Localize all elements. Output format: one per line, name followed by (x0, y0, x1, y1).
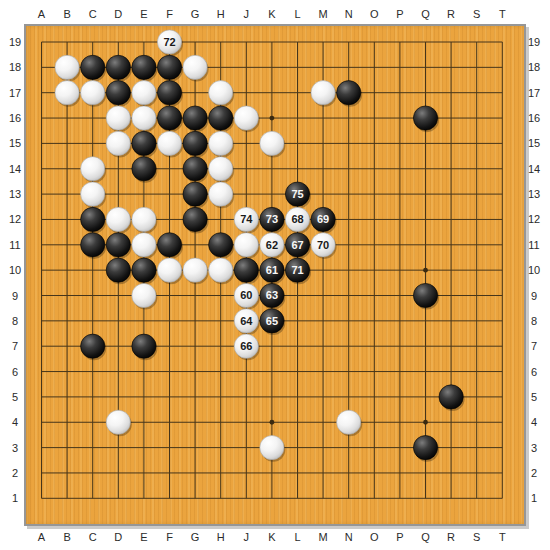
stone-white-E17 (132, 81, 156, 105)
col-label-top-Q: Q (421, 8, 430, 20)
stone-black-C11 (81, 233, 105, 257)
stone-black-J10 (234, 258, 258, 282)
col-label-top-N: N (345, 8, 353, 20)
col-label-bottom-O: O (370, 531, 379, 543)
stone-white-H17 (209, 81, 233, 105)
stone-black-H11 (209, 233, 233, 257)
stone-white-H10 (209, 258, 233, 282)
stone-white-K15 (260, 131, 284, 155)
col-label-bottom-N: N (345, 531, 353, 543)
stone-white-E11 (132, 233, 156, 257)
stone-black-G14 (183, 157, 207, 181)
stone-black-E10 (132, 258, 156, 282)
row-label-right-9: 9 (531, 290, 537, 302)
row-label-left-17: 17 (9, 87, 21, 99)
col-label-top-R: R (447, 8, 455, 20)
stone-black-D10 (106, 258, 130, 282)
stone-black-F18 (157, 55, 181, 79)
stone-white-F15 (157, 131, 181, 155)
stone-white-C13 (81, 182, 105, 206)
col-label-bottom-J: J (244, 531, 250, 543)
stone-black-G12 (183, 207, 207, 231)
move-number-74: 74 (240, 213, 253, 225)
col-label-bottom-T: T (499, 531, 506, 543)
star-point-Q4 (423, 420, 428, 425)
row-label-left-1: 1 (12, 492, 18, 504)
row-label-right-11: 11 (528, 239, 539, 251)
move-number-67: 67 (291, 239, 303, 251)
col-label-bottom-E: E (140, 531, 147, 543)
col-label-bottom-A: A (38, 531, 46, 543)
star-point-K16 (270, 116, 275, 121)
row-label-right-16: 16 (528, 112, 540, 124)
row-label-left-4: 4 (12, 416, 18, 428)
col-label-bottom-H: H (217, 531, 225, 543)
stone-white-G18 (183, 55, 207, 79)
stone-white-D15 (106, 131, 130, 155)
col-label-bottom-Q: Q (421, 531, 430, 543)
row-label-left-11: 11 (9, 239, 20, 251)
go-game-viewer: AABBCCDDEEFFGGHHJJKKLLMMNNOOPPQQRRSSTT19… (0, 0, 550, 550)
stone-black-D17 (106, 81, 130, 105)
move-number-66: 66 (240, 340, 252, 352)
col-label-top-H: H (217, 8, 225, 20)
col-label-top-C: C (89, 8, 97, 20)
stone-white-D12 (106, 207, 130, 231)
stone-black-C12 (81, 207, 105, 231)
move-number-69: 69 (317, 213, 329, 225)
row-label-left-3: 3 (12, 442, 18, 454)
stone-white-H15 (209, 131, 233, 155)
col-label-top-B: B (63, 8, 70, 20)
board-overlay: AABBCCDDEEFFGGHHJJKKLLMMNNOOPPQQRRSSTT19… (0, 0, 550, 550)
stone-black-Q9 (413, 283, 437, 307)
row-label-left-18: 18 (9, 61, 21, 73)
col-label-bottom-L: L (294, 531, 300, 543)
col-label-top-M: M (319, 8, 328, 20)
row-label-left-8: 8 (12, 315, 18, 327)
stone-black-Q16 (413, 106, 437, 130)
row-label-right-12: 12 (528, 213, 540, 225)
stone-black-F16 (157, 106, 181, 130)
stone-white-C14 (81, 157, 105, 181)
stone-black-E7 (132, 334, 156, 358)
stone-black-D18 (106, 55, 130, 79)
move-number-63: 63 (266, 289, 278, 301)
star-point-K4 (270, 420, 275, 425)
stone-white-F10 (157, 258, 181, 282)
row-label-right-14: 14 (528, 163, 540, 175)
col-label-bottom-F: F (166, 531, 173, 543)
row-label-right-18: 18 (528, 61, 540, 73)
move-number-75: 75 (291, 188, 303, 200)
move-number-64: 64 (240, 315, 253, 327)
row-label-right-13: 13 (528, 188, 540, 200)
stone-black-C18 (81, 55, 105, 79)
row-label-right-2: 2 (531, 467, 537, 479)
row-label-left-5: 5 (12, 391, 18, 403)
row-label-left-2: 2 (12, 467, 18, 479)
col-label-top-A: A (38, 8, 46, 20)
stone-black-G15 (183, 131, 207, 155)
row-label-left-14: 14 (9, 163, 21, 175)
col-label-bottom-K: K (268, 531, 276, 543)
row-label-right-10: 10 (528, 264, 540, 276)
stone-black-G13 (183, 182, 207, 206)
row-label-left-9: 9 (12, 290, 18, 302)
row-label-right-4: 4 (531, 416, 537, 428)
move-number-62: 62 (266, 239, 278, 251)
stone-black-C7 (81, 334, 105, 358)
star-point-Q10 (423, 268, 428, 273)
stone-white-H13 (209, 182, 233, 206)
stone-black-F11 (157, 233, 181, 257)
stone-black-R5 (439, 385, 463, 409)
row-label-right-8: 8 (531, 315, 537, 327)
row-label-right-1: 1 (531, 492, 537, 504)
stone-white-B17 (55, 81, 79, 105)
row-label-left-6: 6 (12, 366, 18, 378)
stone-white-N4 (337, 410, 361, 434)
col-label-top-L: L (294, 8, 300, 20)
col-label-top-G: G (191, 8, 200, 20)
col-label-bottom-S: S (473, 531, 480, 543)
col-label-top-E: E (140, 8, 147, 20)
col-label-top-J: J (244, 8, 250, 20)
stone-white-J11 (234, 233, 258, 257)
stone-white-H14 (209, 157, 233, 181)
col-label-top-T: T (499, 8, 506, 20)
stone-black-E14 (132, 157, 156, 181)
stone-black-E15 (132, 131, 156, 155)
row-label-right-7: 7 (531, 340, 537, 352)
row-label-left-15: 15 (9, 137, 21, 149)
move-number-68: 68 (291, 213, 303, 225)
stone-black-H16 (209, 106, 233, 130)
row-label-left-10: 10 (9, 264, 21, 276)
stone-black-N17 (337, 81, 361, 105)
col-label-bottom-G: G (191, 531, 200, 543)
stone-white-B18 (55, 55, 79, 79)
move-number-71: 71 (291, 264, 303, 276)
stone-white-J16 (234, 106, 258, 130)
stone-white-D16 (106, 106, 130, 130)
col-label-top-P: P (396, 8, 403, 20)
move-number-70: 70 (317, 239, 329, 251)
row-label-right-6: 6 (531, 366, 537, 378)
row-label-left-19: 19 (9, 36, 21, 48)
stone-black-F17 (157, 81, 181, 105)
col-label-bottom-R: R (447, 531, 455, 543)
row-label-right-5: 5 (531, 391, 537, 403)
col-label-bottom-D: D (114, 531, 122, 543)
col-label-bottom-C: C (89, 531, 97, 543)
col-label-top-O: O (370, 8, 379, 20)
stone-black-Q3 (413, 436, 437, 460)
move-number-72: 72 (163, 36, 175, 48)
row-label-left-7: 7 (12, 340, 18, 352)
stone-black-D11 (106, 233, 130, 257)
stone-white-E12 (132, 207, 156, 231)
stone-white-E16 (132, 106, 156, 130)
col-label-top-S: S (473, 8, 480, 20)
move-number-73: 73 (266, 213, 278, 225)
row-label-right-3: 3 (531, 442, 537, 454)
stone-white-E9 (132, 283, 156, 307)
stone-white-D4 (106, 410, 130, 434)
move-number-61: 61 (266, 264, 278, 276)
col-label-top-D: D (114, 8, 122, 20)
col-label-bottom-B: B (63, 531, 70, 543)
col-label-top-K: K (268, 8, 276, 20)
stone-black-G16 (183, 106, 207, 130)
stone-white-K3 (260, 436, 284, 460)
row-label-right-17: 17 (528, 87, 540, 99)
col-label-bottom-P: P (396, 531, 403, 543)
row-label-right-15: 15 (528, 137, 540, 149)
col-label-bottom-M: M (319, 531, 328, 543)
row-label-left-16: 16 (9, 112, 21, 124)
stone-black-E18 (132, 55, 156, 79)
move-number-60: 60 (240, 289, 252, 301)
move-number-65: 65 (266, 315, 278, 327)
row-label-left-12: 12 (9, 213, 21, 225)
stone-white-C17 (81, 81, 105, 105)
col-label-top-F: F (166, 8, 173, 20)
row-label-right-19: 19 (528, 36, 540, 48)
stone-white-M17 (311, 81, 335, 105)
stone-white-G10 (183, 258, 207, 282)
row-label-left-13: 13 (9, 188, 21, 200)
